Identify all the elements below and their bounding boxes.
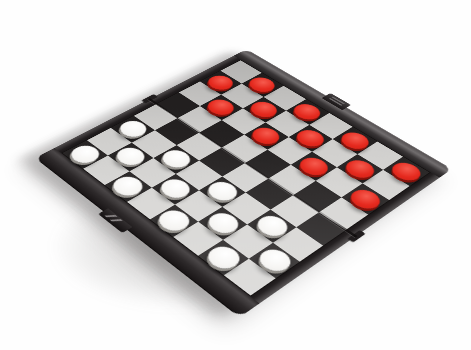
photo-canvas — [0, 0, 471, 350]
tab-ridge — [105, 215, 118, 217]
tab-ridge — [110, 219, 123, 221]
